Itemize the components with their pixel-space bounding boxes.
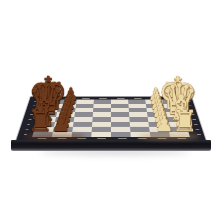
black-pawn: ♟ xyxy=(52,114,71,135)
coordinate-mark xyxy=(99,98,107,99)
coordinate-mark xyxy=(117,98,125,99)
chess-set-product-photo: ♜♟♟♜♞♟♟♞♝♟♟♝♚♟♟♚♛♟♟♛♝♟♟♝♞♟♟♞♜♟♟♜ xyxy=(0,0,222,222)
board-square xyxy=(91,132,111,137)
coordinate-mark xyxy=(97,138,106,139)
board-front-edge xyxy=(11,140,211,151)
white-pawn: ♟ xyxy=(155,114,174,135)
white-rook: ♜ xyxy=(172,106,198,135)
coordinate-mark xyxy=(118,138,127,139)
coordinate-mark xyxy=(82,98,90,99)
coordinate-mark xyxy=(134,98,142,99)
black-rook: ♜ xyxy=(27,106,53,135)
board-square xyxy=(111,132,131,137)
